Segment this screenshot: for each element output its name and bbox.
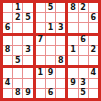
sudoku-block-0-0: 1256 [3,3,33,33]
cell-r8c9[interactable] [89,79,98,88]
cell-r1c6[interactable] [56,3,65,12]
cell-r7c4[interactable]: 1 [36,68,45,77]
cell-r2c6[interactable] [56,13,65,22]
cell-r6c8[interactable] [79,56,88,65]
cell-r3c6[interactable]: 3 [56,23,65,32]
sudoku-block-2-0: 489 [3,68,33,98]
cell-r6c7[interactable] [68,56,77,65]
cell-r1c8[interactable]: 2 [79,3,88,12]
cell-r8c1[interactable]: 4 [3,79,12,88]
cell-r1c9[interactable] [89,3,98,12]
cell-r6c2[interactable]: 5 [13,56,22,65]
cell-r8c6[interactable] [56,79,65,88]
cell-r3c3[interactable] [23,23,32,32]
sudoku-block-1-2: 612 [68,36,98,66]
cell-r1c7[interactable]: 8 [68,3,77,12]
cell-r7c5[interactable]: 9 [46,68,55,77]
cell-r5c7[interactable]: 1 [68,46,77,55]
cell-r5c1[interactable]: 8 [3,46,12,55]
cell-r2c4[interactable] [36,13,45,22]
cell-r8c5[interactable] [46,79,55,88]
cell-r2c1[interactable] [3,13,12,22]
cell-r9c1[interactable] [3,89,12,98]
cell-r3c7[interactable] [68,23,77,32]
cell-r6c4[interactable] [36,56,45,65]
cell-r7c7[interactable] [68,68,77,77]
cell-r3c2[interactable] [13,23,22,32]
cell-r6c5[interactable] [46,56,55,65]
cell-r3c5[interactable]: 1 [46,23,55,32]
cell-r6c9[interactable] [89,56,98,65]
cell-r7c6[interactable] [56,68,65,77]
cell-r4c5[interactable] [46,36,55,45]
cell-r2c5[interactable] [46,13,55,22]
cell-r8c7[interactable]: 9 [68,79,77,88]
sudoku-block-1-0: 835 [3,36,33,66]
cell-r7c2[interactable] [13,68,22,77]
cell-r4c9[interactable] [89,36,98,45]
cell-r5c6[interactable] [56,46,65,55]
cell-r5c8[interactable] [79,46,88,55]
cell-r7c1[interactable] [3,68,12,77]
cell-r1c4[interactable] [36,3,45,12]
cell-r2c3[interactable]: 5 [23,13,32,22]
sudoku-block-0-1: 513 [36,3,66,33]
cell-r4c7[interactable] [68,36,77,45]
cell-r1c3[interactable] [23,3,32,12]
cell-r3c8[interactable] [79,23,88,32]
cell-r9c3[interactable]: 9 [23,89,32,98]
cell-r9c8[interactable]: 5 [79,89,88,98]
cell-r9c7[interactable] [68,89,77,98]
cell-r6c1[interactable] [3,56,12,65]
sudoku-block-1-1: 78 [36,36,66,66]
cell-r8c8[interactable]: 3 [79,79,88,88]
cell-r4c3[interactable] [23,36,32,45]
cell-r4c1[interactable] [3,36,12,45]
cell-r5c9[interactable]: 2 [89,46,98,55]
sudoku-block-0-2: 826 [68,3,98,33]
sudoku-block-2-2: 4935 [68,68,98,98]
cell-r2c2[interactable]: 2 [13,13,22,22]
cell-r1c1[interactable] [3,3,12,12]
cell-r5c2[interactable] [13,46,22,55]
sudoku-block-2-1: 196 [36,68,66,98]
cell-r9c9[interactable] [89,89,98,98]
cell-r4c4[interactable]: 7 [36,36,45,45]
cell-r5c5[interactable] [46,46,55,55]
cell-r9c4[interactable] [36,89,45,98]
cell-r2c8[interactable] [79,13,88,22]
cell-r4c8[interactable]: 6 [79,36,88,45]
cell-r1c2[interactable]: 1 [13,3,22,12]
cell-r8c2[interactable] [13,79,22,88]
cell-r8c4[interactable] [36,79,45,88]
cell-r8c3[interactable] [23,79,32,88]
cell-r1c5[interactable]: 5 [46,3,55,12]
sudoku-board: 1256513826835786124891964935 [0,0,101,101]
cell-r6c6[interactable]: 8 [56,56,65,65]
cell-r9c2[interactable]: 8 [13,89,22,98]
cell-r5c3[interactable]: 3 [23,46,32,55]
cell-r6c3[interactable] [23,56,32,65]
cell-r7c8[interactable] [79,68,88,77]
cell-r5c4[interactable] [36,46,45,55]
cell-r9c6[interactable] [56,89,65,98]
cell-r3c4[interactable] [36,23,45,32]
cell-r7c9[interactable]: 4 [89,68,98,77]
cell-r9c5[interactable]: 6 [46,89,55,98]
cell-r7c3[interactable] [23,68,32,77]
cell-r3c9[interactable] [89,23,98,32]
cell-r4c6[interactable] [56,36,65,45]
cell-r4c2[interactable] [13,36,22,45]
cell-r2c9[interactable]: 6 [89,13,98,22]
cell-r2c7[interactable] [68,13,77,22]
cell-r3c1[interactable]: 6 [3,23,12,32]
